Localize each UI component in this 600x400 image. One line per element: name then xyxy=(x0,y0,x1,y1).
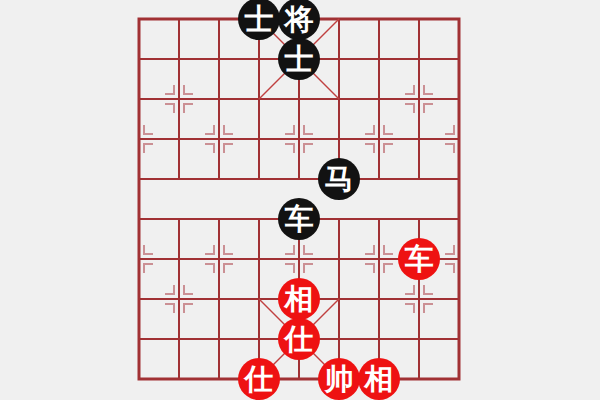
piece-red-advisor[interactable]: 仕 xyxy=(278,318,320,360)
piece-red-advisor[interactable]: 仕 xyxy=(238,358,280,400)
piece-black-chariot[interactable]: 车 xyxy=(278,198,320,240)
piece-black-general[interactable]: 将 xyxy=(278,0,320,40)
piece-black-advisor[interactable]: 士 xyxy=(278,38,320,80)
piece-grid: 士将士马车车相仕仕帅相 xyxy=(119,0,479,399)
piece-red-elephant[interactable]: 相 xyxy=(278,278,320,320)
piece-black-horse[interactable]: 马 xyxy=(318,158,360,200)
piece-red-general[interactable]: 帅 xyxy=(318,358,360,400)
piece-red-chariot[interactable]: 车 xyxy=(398,238,440,280)
xiangqi-board-screenshot: 士将士马车车相仕仕帅相 xyxy=(0,0,600,400)
piece-black-advisor[interactable]: 士 xyxy=(238,0,280,40)
piece-red-elephant[interactable]: 相 xyxy=(358,358,400,400)
